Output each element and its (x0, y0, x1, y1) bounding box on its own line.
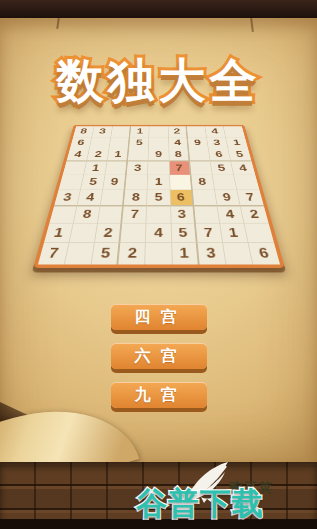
cell-r8c9 (244, 224, 274, 243)
top-bar (0, 0, 317, 18)
cell-r4c4: 3 (126, 162, 148, 176)
cell-r4c8: 5 (210, 162, 234, 176)
cell-r2c3 (109, 137, 130, 149)
cell-r5c9 (233, 175, 259, 190)
cell-r7c2: 8 (73, 206, 100, 224)
button-9-grid[interactable]: 九宫 (111, 382, 207, 408)
cell-r1c1: 8 (73, 126, 94, 137)
cell-r5c2: 5 (80, 175, 105, 190)
cell-r2c5 (149, 137, 169, 149)
cell-r7c6: 3 (170, 206, 195, 224)
cell-r1c6: 2 (168, 126, 187, 137)
cell-r8c6: 5 (171, 224, 197, 243)
cell-r9c6: 1 (171, 243, 199, 264)
cell-r8c1: 1 (43, 224, 73, 243)
cell-r2c1: 6 (69, 137, 91, 149)
cell-r3c9: 5 (228, 149, 251, 162)
app-title: 数独大全 (0, 50, 317, 113)
cell-r9c5 (145, 243, 172, 264)
cell-r8c8: 1 (219, 224, 248, 243)
cell-r2c4: 5 (129, 137, 149, 149)
cell-r8c4 (120, 224, 146, 243)
cell-r1c9 (223, 126, 244, 137)
cell-r3c8: 6 (208, 149, 231, 162)
cell-r3c2: 2 (86, 149, 109, 162)
cell-r2c6: 4 (168, 137, 188, 149)
cell-r9c4: 2 (118, 243, 146, 264)
cell-r4c9: 4 (231, 162, 255, 176)
cell-r9c2 (64, 243, 94, 264)
cell-r4c3 (105, 162, 128, 176)
cell-r4c1 (62, 162, 86, 176)
cell-r5c1 (58, 175, 84, 190)
cell-r1c8: 4 (205, 126, 226, 137)
cell-r7c7 (193, 206, 219, 224)
cell-r6c1: 3 (54, 190, 81, 206)
cell-r5c6 (169, 175, 192, 190)
cell-r7c3 (97, 206, 123, 224)
cell-r6c5: 5 (147, 190, 170, 206)
cell-r3c6: 8 (168, 149, 189, 162)
cell-r3c1: 4 (66, 149, 89, 162)
cell-r1c5 (149, 126, 168, 137)
cell-r9c1: 7 (37, 243, 68, 264)
cell-r2c7: 9 (187, 137, 208, 149)
site-name-watermark: 谷普下载 (136, 483, 264, 525)
cell-r8c5: 4 (146, 224, 172, 243)
cell-r6c4: 8 (124, 190, 148, 206)
cell-r1c2: 3 (92, 126, 113, 137)
cell-r7c1 (49, 206, 77, 224)
cell-r2c8: 3 (206, 137, 228, 149)
cell-r3c4 (128, 149, 149, 162)
cell-r5c7: 8 (191, 175, 215, 190)
cell-r5c8 (212, 175, 237, 190)
cell-r3c7 (188, 149, 210, 162)
cell-r6c7 (192, 190, 217, 206)
cell-r3c5: 9 (148, 149, 169, 162)
cell-r4c6: 7 (169, 162, 191, 176)
cell-r9c7: 3 (197, 243, 226, 264)
cell-r8c3: 2 (95, 224, 122, 243)
button-6-grid[interactable]: 六宫 (111, 343, 207, 369)
cell-r8c7: 7 (195, 224, 222, 243)
cell-r8c2 (69, 224, 98, 243)
sudoku-board: 8312465493142198651375459183485697873421… (33, 125, 285, 268)
cell-r5c4 (125, 175, 148, 190)
cell-r4c5 (148, 162, 169, 176)
cell-r1c4: 1 (130, 126, 149, 137)
cell-r4c2: 1 (84, 162, 108, 176)
cell-r7c5 (146, 206, 170, 224)
cell-r2c9: 1 (225, 137, 247, 149)
cell-r6c9: 7 (237, 190, 264, 206)
cell-r6c6: 6 (170, 190, 194, 206)
cell-r6c8: 9 (214, 190, 240, 206)
cell-r6c2: 4 (77, 190, 103, 206)
paper-tear-mark (56, 18, 60, 29)
cell-r6c3 (100, 190, 125, 206)
paper-tear-mark (250, 18, 254, 32)
cell-r9c3: 5 (91, 243, 120, 264)
cell-r5c5: 1 (147, 175, 169, 190)
cell-r3c3: 1 (107, 149, 129, 162)
cell-r1c7 (186, 126, 206, 137)
cell-r5c3: 9 (103, 175, 127, 190)
cell-r4c7 (189, 162, 212, 176)
cell-r7c9: 2 (240, 206, 268, 224)
cell-r7c4: 7 (122, 206, 147, 224)
cell-r1c3 (111, 126, 131, 137)
cell-r2c2 (89, 137, 111, 149)
cell-r9c9: 6 (248, 243, 279, 264)
cell-r7c8: 4 (217, 206, 244, 224)
cell-r9c8 (222, 243, 252, 264)
app-screen: 数独大全 83124654931421986513754591834856978… (0, 0, 317, 529)
mode-menu: 四宫 六宫 九宫 (0, 304, 317, 408)
button-4-grid[interactable]: 四宫 (111, 304, 207, 330)
